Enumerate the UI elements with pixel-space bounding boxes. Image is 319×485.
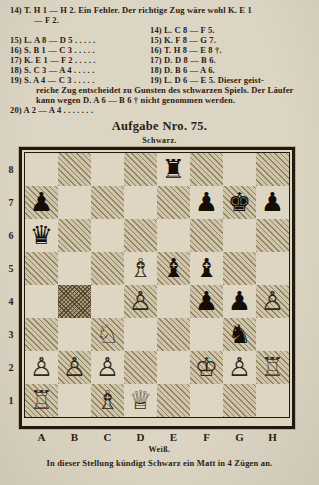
square-h7: ♟ (256, 186, 289, 219)
piece-white-rook: ♖ (25, 384, 58, 417)
rank-label-6: 6 (3, 219, 19, 252)
file-label-f: F (190, 431, 223, 443)
problem-title: Aufgabe Nro. 75. (0, 119, 319, 134)
square-h3 (256, 318, 289, 351)
file-label-c: C (91, 431, 124, 443)
square-d6 (124, 219, 157, 252)
square-f5: ♝ (190, 252, 223, 285)
square-h6 (256, 219, 289, 252)
piece-white-bishop: ♗ (91, 384, 124, 417)
square-f4: ♟ (190, 285, 223, 318)
square-h5 (256, 252, 289, 285)
piece-white-pawn: ♙ (25, 351, 58, 384)
square-g8 (223, 153, 256, 186)
file-label-d: D (124, 431, 157, 443)
move-15-white: 15) L. A 8 — D 5 . . . . . (10, 35, 150, 45)
square-a7: ♟ (25, 186, 58, 219)
square-e8: ♜ (157, 153, 190, 186)
move-line-15: 15) L. A 8 — D 5 . . . . . 15) K. F 8 — … (10, 35, 313, 45)
square-c4 (91, 285, 124, 318)
rank-label-5: 5 (3, 252, 19, 285)
square-c2: ♙ (91, 351, 124, 384)
rank-label-3: 3 (3, 318, 19, 351)
square-e3 (157, 318, 190, 351)
square-a1: ♖ (25, 384, 58, 417)
square-d8 (124, 153, 157, 186)
piece-black-king: ♚ (223, 186, 256, 219)
square-g7: ♚ (223, 186, 256, 219)
square-f7: ♟ (190, 186, 223, 219)
rank-label-4: 4 (3, 285, 19, 318)
piece-white-queen: ♕ (124, 384, 157, 417)
square-b7 (58, 186, 91, 219)
square-a4 (25, 285, 58, 318)
square-f3 (190, 318, 223, 351)
file-label-b: B (58, 431, 91, 443)
square-h8 (256, 153, 289, 186)
move-16-black: 16) T. H 8 — E 8 †. (150, 45, 222, 55)
square-e4 (157, 285, 190, 318)
square-a6: ♛ (25, 219, 58, 252)
file-labels: ABCDEFGH (25, 431, 319, 443)
piece-black-queen: ♛ (25, 219, 58, 252)
square-d5: ♗ (124, 252, 157, 285)
rank-label-7: 7 (3, 186, 19, 219)
square-f2: ♔ (190, 351, 223, 384)
piece-black-pawn: ♟ (25, 186, 58, 219)
move-18-black: 18) D. B 6 — A 6. (150, 65, 215, 75)
square-d2 (124, 351, 157, 384)
square-a2: ♙ (25, 351, 58, 384)
piece-white-pawn: ♙ (91, 351, 124, 384)
square-c3: ♘ (91, 318, 124, 351)
piece-black-pawn: ♟ (256, 186, 289, 219)
piece-white-pawn: ♙ (58, 351, 91, 384)
square-a8 (25, 153, 58, 186)
square-h4: ♙ (256, 285, 289, 318)
move-line-17: 17) K. E 1 — F 2 . . . . . 17) D. D 8 — … (10, 55, 313, 65)
game-notation: 14) T. H 1 — H 2. Ein Fehler. Der richti… (0, 0, 319, 115)
square-h2: ♖ (256, 351, 289, 384)
square-d4: ♙ (124, 285, 157, 318)
piece-white-pawn: ♙ (256, 285, 289, 318)
square-e7 (157, 186, 190, 219)
annotation-line-2: kann wegen D. A 6 — B 6 † nicht genommen… (10, 95, 313, 105)
piece-black-knight: ♞ (223, 318, 256, 351)
move-19-black: 19) L. D 6 — E 5. Dieser geist- (150, 75, 264, 85)
move-18-white: 18) S. C 3 — A 4 . . . . . (10, 65, 150, 75)
move-17-black: 17) D. D 8 — B 6. (150, 55, 216, 65)
rank-label-2: 2 (3, 351, 19, 384)
problem-caption: In dieser Stellung kündigt Schwarz ein M… (0, 458, 319, 468)
square-b6 (58, 219, 91, 252)
square-a5 (25, 252, 58, 285)
move-16-white: 16) S. B 1 — C 3 . . . . . (10, 45, 150, 55)
piece-black-bishop: ♝ (157, 252, 190, 285)
rank-labels: 87654321 (3, 147, 19, 429)
piece-black-pawn: ♟ (223, 285, 256, 318)
move-line-14-white: 14) T. H 1 — H 2. Ein Fehler. Der richti… (10, 5, 313, 15)
move-line-14-continuation: — F 2. (10, 15, 313, 25)
square-d1: ♕ (124, 384, 157, 417)
square-b4 (58, 285, 91, 318)
square-b1 (58, 384, 91, 417)
board-frame: ♜♟♟♚♟♛♗♝♝♙♟♟♙♘♞♙♙♙♔♙♖♖♗♕ (19, 147, 295, 429)
square-b8 (58, 153, 91, 186)
square-g2: ♙ (223, 351, 256, 384)
move-19-white: 19) S. A 4 — C 3 . . . . . (10, 75, 150, 85)
square-b3 (58, 318, 91, 351)
piece-black-pawn: ♟ (190, 285, 223, 318)
square-c1: ♗ (91, 384, 124, 417)
move-line-18: 18) S. C 3 — A 4 . . . . . 18) D. B 6 — … (10, 65, 313, 75)
square-c8 (91, 153, 124, 186)
piece-white-rook: ♖ (256, 351, 289, 384)
square-c6 (91, 219, 124, 252)
move-15-black: 15) K. F 8 — G 7. (150, 35, 216, 45)
piece-black-bishop: ♝ (190, 252, 223, 285)
file-label-a: A (25, 431, 58, 443)
chess-diagram: 87654321 ♜♟♟♚♟♛♗♝♝♙♟♟♙♘♞♙♙♙♔♙♖♖♗♕ (3, 147, 319, 429)
square-a3 (25, 318, 58, 351)
piece-black-rook: ♜ (157, 153, 190, 186)
piece-white-pawn: ♙ (223, 351, 256, 384)
move-line-20: 20) A 2 — A 4 . . . . . . . (10, 105, 313, 115)
piece-white-king: ♔ (190, 351, 223, 384)
piece-white-bishop: ♗ (124, 252, 157, 285)
square-h1 (256, 384, 289, 417)
piece-white-pawn: ♙ (124, 285, 157, 318)
move-line-19: 19) S. A 4 — C 3 . . . . . 19) L. D 6 — … (10, 75, 313, 85)
rank-label-1: 1 (3, 384, 19, 417)
move-line-14-black: 14) L. C 8 — F 5. (10, 25, 313, 35)
rank-label-8: 8 (3, 153, 19, 186)
move-line-16: 16) S. B 1 — C 3 . . . . . 16) T. H 8 — … (10, 45, 313, 55)
square-d3 (124, 318, 157, 351)
file-label-g: G (223, 431, 256, 443)
piece-black-pawn: ♟ (190, 186, 223, 219)
file-label-h: H (256, 431, 289, 443)
square-b5 (58, 252, 91, 285)
square-e5: ♝ (157, 252, 190, 285)
square-e6 (157, 219, 190, 252)
move-17-white: 17) K. E 1 — F 2 . . . . . (10, 55, 150, 65)
piece-white-knight: ♘ (91, 318, 124, 351)
square-g6 (223, 219, 256, 252)
square-f1 (190, 384, 223, 417)
white-side-label: Weiß. (0, 445, 319, 454)
square-g4: ♟ (223, 285, 256, 318)
black-side-label: Schwarz. (0, 136, 319, 145)
square-g3: ♞ (223, 318, 256, 351)
file-label-e: E (157, 431, 190, 443)
square-e2 (157, 351, 190, 384)
square-d7 (124, 186, 157, 219)
square-g1 (223, 384, 256, 417)
square-c7 (91, 186, 124, 219)
annotation-line-1: reiche Zug entscheidet zu Gunsten des sc… (10, 85, 313, 95)
square-f8 (190, 153, 223, 186)
square-g5 (223, 252, 256, 285)
square-e1 (157, 384, 190, 417)
board-grid: ♜♟♟♚♟♛♗♝♝♙♟♟♙♘♞♙♙♙♔♙♖♖♗♕ (24, 152, 290, 418)
square-b2: ♙ (58, 351, 91, 384)
book-page: 14) T. H 1 — H 2. Ein Fehler. Der richti… (0, 0, 319, 485)
square-c5 (91, 252, 124, 285)
square-f6 (190, 219, 223, 252)
